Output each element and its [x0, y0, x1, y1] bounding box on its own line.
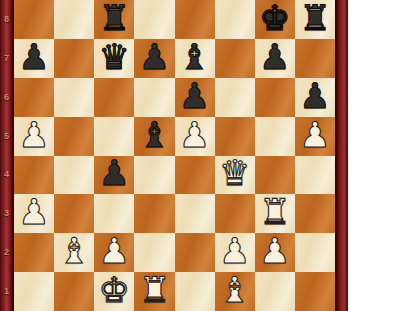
- square-g6[interactable]: [255, 78, 295, 117]
- square-e8[interactable]: [175, 0, 215, 39]
- piece-black-rook-h8[interactable]: ♜: [299, 1, 330, 36]
- square-h2[interactable]: [295, 233, 335, 272]
- square-f8[interactable]: [215, 0, 255, 39]
- piece-white-pawn-h5[interactable]: ♟: [299, 118, 330, 153]
- square-a1[interactable]: [14, 272, 54, 311]
- piece-white-pawn-g2[interactable]: ♟: [259, 234, 290, 269]
- square-h8[interactable]: ♜: [295, 0, 335, 39]
- square-d8[interactable]: [134, 0, 174, 39]
- square-a5[interactable]: ♟: [14, 117, 54, 156]
- square-e7[interactable]: ♝: [175, 39, 215, 78]
- piece-black-pawn-d7[interactable]: ♟: [139, 40, 170, 75]
- board-frame-left-rank-labels: 87654321: [0, 0, 14, 311]
- square-b8[interactable]: [54, 0, 94, 39]
- square-c5[interactable]: [94, 117, 134, 156]
- square-b2[interactable]: ♝: [54, 233, 94, 272]
- square-f4[interactable]: ♛: [215, 156, 255, 195]
- piece-black-bishop-e7[interactable]: ♝: [179, 40, 210, 75]
- square-f7[interactable]: [215, 39, 255, 78]
- square-f1[interactable]: ♝: [215, 272, 255, 311]
- square-g1[interactable]: [255, 272, 295, 311]
- piece-black-rook-c8[interactable]: ♜: [99, 1, 130, 36]
- piece-white-pawn-f2[interactable]: ♟: [219, 234, 250, 269]
- piece-white-queen-f4[interactable]: ♛: [219, 156, 250, 191]
- square-e6[interactable]: ♟: [175, 78, 215, 117]
- square-d2[interactable]: [134, 233, 174, 272]
- square-a4[interactable]: [14, 156, 54, 195]
- rank-label-2: 2: [0, 233, 13, 272]
- rank-label-1: 1: [0, 272, 13, 311]
- square-b7[interactable]: [54, 39, 94, 78]
- square-c4[interactable]: ♟: [94, 156, 134, 195]
- square-a2[interactable]: [14, 233, 54, 272]
- rank-label-5: 5: [0, 117, 13, 156]
- square-g3[interactable]: ♜: [255, 194, 295, 233]
- rank-label-7: 7: [0, 39, 13, 78]
- square-h5[interactable]: ♟: [295, 117, 335, 156]
- square-e1[interactable]: [175, 272, 215, 311]
- square-f5[interactable]: [215, 117, 255, 156]
- chess-diagram-screenshot: 87654321 ♜♚♜♟♛♟♝♟♟♟♟♝♟♟♟♛♟♜♝♟♟♟♚♜♝: [0, 0, 414, 311]
- rank-label-3: 3: [0, 194, 13, 233]
- square-e5[interactable]: ♟: [175, 117, 215, 156]
- square-c2[interactable]: ♟: [94, 233, 134, 272]
- square-a3[interactable]: ♟: [14, 194, 54, 233]
- square-h3[interactable]: [295, 194, 335, 233]
- square-h6[interactable]: ♟: [295, 78, 335, 117]
- square-f3[interactable]: [215, 194, 255, 233]
- square-a6[interactable]: [14, 78, 54, 117]
- right-white-gutter: [348, 0, 414, 311]
- square-g2[interactable]: ♟: [255, 233, 295, 272]
- rank-label-6: 6: [0, 78, 13, 117]
- square-b1[interactable]: [54, 272, 94, 311]
- piece-white-pawn-c2[interactable]: ♟: [99, 234, 130, 269]
- square-e3[interactable]: [175, 194, 215, 233]
- rank-label-8: 8: [0, 0, 13, 39]
- square-c8[interactable]: ♜: [94, 0, 134, 39]
- square-g5[interactable]: [255, 117, 295, 156]
- square-d1[interactable]: ♜: [134, 272, 174, 311]
- piece-black-queen-c7[interactable]: ♛: [99, 40, 130, 75]
- square-e2[interactable]: [175, 233, 215, 272]
- square-g7[interactable]: ♟: [255, 39, 295, 78]
- square-c6[interactable]: [94, 78, 134, 117]
- square-h7[interactable]: [295, 39, 335, 78]
- rank-label-4: 4: [0, 156, 13, 195]
- piece-white-king-c1[interactable]: ♚: [99, 273, 130, 308]
- piece-white-pawn-a3[interactable]: ♟: [18, 195, 49, 230]
- square-b3[interactable]: [54, 194, 94, 233]
- square-f2[interactable]: ♟: [215, 233, 255, 272]
- square-a8[interactable]: [14, 0, 54, 39]
- square-c3[interactable]: [94, 194, 134, 233]
- piece-black-king-g8[interactable]: ♚: [259, 1, 290, 36]
- piece-black-pawn-h6[interactable]: ♟: [299, 79, 330, 114]
- piece-black-pawn-c4[interactable]: ♟: [99, 156, 130, 191]
- square-h1[interactable]: [295, 272, 335, 311]
- piece-white-pawn-e5[interactable]: ♟: [179, 118, 210, 153]
- square-e4[interactable]: [175, 156, 215, 195]
- piece-black-bishop-d5[interactable]: ♝: [139, 118, 170, 153]
- piece-white-rook-d1[interactable]: ♜: [139, 273, 170, 308]
- piece-white-bishop-f1[interactable]: ♝: [219, 273, 250, 308]
- square-d4[interactable]: [134, 156, 174, 195]
- piece-black-pawn-a7[interactable]: ♟: [18, 40, 49, 75]
- square-c1[interactable]: ♚: [94, 272, 134, 311]
- square-d5[interactable]: ♝: [134, 117, 174, 156]
- square-d7[interactable]: ♟: [134, 39, 174, 78]
- square-g4[interactable]: [255, 156, 295, 195]
- square-d3[interactable]: [134, 194, 174, 233]
- square-b5[interactable]: [54, 117, 94, 156]
- square-b4[interactable]: [54, 156, 94, 195]
- square-a7[interactable]: ♟: [14, 39, 54, 78]
- piece-white-rook-g3[interactable]: ♜: [259, 195, 290, 230]
- piece-white-bishop-b2[interactable]: ♝: [58, 234, 89, 269]
- square-c7[interactable]: ♛: [94, 39, 134, 78]
- square-b6[interactable]: [54, 78, 94, 117]
- board-frame-right: [335, 0, 348, 311]
- piece-black-pawn-e6[interactable]: ♟: [179, 79, 210, 114]
- square-d6[interactable]: [134, 78, 174, 117]
- piece-black-pawn-g7[interactable]: ♟: [259, 40, 290, 75]
- chess-board: ♜♚♜♟♛♟♝♟♟♟♟♝♟♟♟♛♟♜♝♟♟♟♚♜♝: [14, 0, 335, 311]
- square-f6[interactable]: [215, 78, 255, 117]
- square-h4[interactable]: [295, 156, 335, 195]
- square-g8[interactable]: ♚: [255, 0, 295, 39]
- piece-white-pawn-a5[interactable]: ♟: [18, 118, 49, 153]
